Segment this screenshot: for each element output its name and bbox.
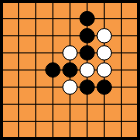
go-board[interactable] [0,0,140,140]
go-board-diagram [0,0,140,140]
black-stone [80,29,94,43]
black-stone [80,11,94,25]
black-stone [80,46,94,60]
white-stone [97,46,111,60]
black-stone [97,80,111,94]
white-stone [80,63,94,77]
black-stone [46,63,60,77]
white-stone [63,80,77,94]
black-stone [63,63,77,77]
white-stone [63,46,77,60]
black-stone [80,80,94,94]
white-stone [97,63,111,77]
white-stone [97,29,111,43]
